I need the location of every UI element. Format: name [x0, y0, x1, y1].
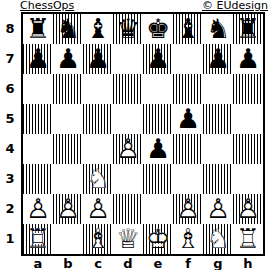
square-a5	[23, 104, 53, 134]
white-rook: ♖	[23, 224, 53, 254]
white-pawn: ♙	[173, 194, 203, 224]
black-pawn: ♟	[83, 44, 113, 74]
black-knight: ♞	[203, 14, 233, 44]
white-bishop: ♗	[83, 224, 113, 254]
file-label-h: h	[233, 257, 263, 270]
black-rook: ♜	[233, 14, 263, 44]
square-e4: ♟	[143, 134, 173, 164]
chessops-title-link[interactable]: ChessOps	[20, 0, 74, 12]
file-label-b: b	[53, 257, 83, 270]
file-label-d: d	[113, 257, 143, 270]
square-f7	[173, 44, 203, 74]
white-pawn: ♙	[23, 194, 53, 224]
white-king: ♔	[143, 224, 173, 254]
file-label-f: f	[173, 257, 203, 270]
white-bishop: ♗	[173, 224, 203, 254]
square-e5	[143, 104, 173, 134]
black-pawn: ♟	[23, 44, 53, 74]
rank-label-4: 4	[2, 134, 18, 164]
square-a3	[23, 164, 53, 194]
square-b6	[53, 74, 83, 104]
black-pawn: ♟	[53, 44, 83, 74]
black-knight: ♞	[53, 14, 83, 44]
square-c2: ♟♙	[83, 194, 113, 224]
white-knight: ♘	[203, 224, 233, 254]
black-pawn: ♟	[203, 44, 233, 74]
rank-label-6: 6	[2, 74, 18, 104]
square-d6	[113, 74, 143, 104]
square-c7: ♟	[83, 44, 113, 74]
square-g1: ♞♘	[203, 224, 233, 254]
square-c1: ♝♗	[83, 224, 113, 254]
rank-label-2: 2	[2, 194, 18, 224]
white-pawn: ♙	[53, 194, 83, 224]
square-h4	[233, 134, 263, 164]
black-pawn: ♟	[143, 134, 173, 164]
square-a7: ♟	[23, 44, 53, 74]
square-h8: ♜	[233, 14, 263, 44]
square-b7: ♟	[53, 44, 83, 74]
square-g6	[203, 74, 233, 104]
square-a1: ♜♖	[23, 224, 53, 254]
square-c3: ♞♘	[83, 164, 113, 194]
black-pawn: ♟	[233, 44, 263, 74]
square-f4	[173, 134, 203, 164]
square-f5: ♟	[173, 104, 203, 134]
square-d5	[113, 104, 143, 134]
black-bishop: ♝	[173, 14, 203, 44]
square-e2	[143, 194, 173, 224]
square-b3	[53, 164, 83, 194]
square-g2: ♟♙	[203, 194, 233, 224]
square-a8: ♜	[23, 14, 53, 44]
white-knight: ♘	[83, 164, 113, 194]
square-d4: ♟♙	[113, 134, 143, 164]
square-h5	[233, 104, 263, 134]
square-c6	[83, 74, 113, 104]
square-g7: ♟	[203, 44, 233, 74]
file-label-c: c	[83, 257, 113, 270]
square-b2: ♟♙	[53, 194, 83, 224]
white-pawn: ♙	[113, 134, 143, 164]
square-b8: ♞	[53, 14, 83, 44]
square-d1: ♛♕	[113, 224, 143, 254]
white-pawn: ♙	[203, 194, 233, 224]
square-f8: ♝	[173, 14, 203, 44]
black-pawn: ♟	[173, 104, 203, 134]
square-g3	[203, 164, 233, 194]
square-g4	[203, 134, 233, 164]
square-d2	[113, 194, 143, 224]
square-h1: ♜♖	[233, 224, 263, 254]
black-rook: ♜	[23, 14, 53, 44]
rank-label-5: 5	[2, 104, 18, 134]
square-h2: ♟♙	[233, 194, 263, 224]
file-label-a: a	[23, 257, 53, 270]
square-f3	[173, 164, 203, 194]
square-e3	[143, 164, 173, 194]
square-a2: ♟♙	[23, 194, 53, 224]
black-king: ♚	[143, 14, 173, 44]
white-queen: ♕	[113, 224, 143, 254]
square-g8: ♞	[203, 14, 233, 44]
square-d7	[113, 44, 143, 74]
rank-label-8: 8	[2, 14, 18, 44]
square-e7: ♟	[143, 44, 173, 74]
square-h6	[233, 74, 263, 104]
white-rook: ♖	[233, 224, 263, 254]
white-pawn: ♙	[233, 194, 263, 224]
square-f6	[173, 74, 203, 104]
square-b5	[53, 104, 83, 134]
rank-label-7: 7	[2, 44, 18, 74]
square-f1: ♝♗	[173, 224, 203, 254]
square-e6	[143, 74, 173, 104]
square-c8: ♝	[83, 14, 113, 44]
square-e8: ♚	[143, 14, 173, 44]
square-e1: ♚♔	[143, 224, 173, 254]
square-g5	[203, 104, 233, 134]
file-label-e: e	[143, 257, 173, 270]
square-d3	[113, 164, 143, 194]
square-h3	[233, 164, 263, 194]
chess-board: ♜♞♝♛♚♝♞♜♟♟♟♟♟♟♟♟♙♟♞♘♟♙♟♙♟♙♟♙♟♙♟♙♜♖♝♗♛♕♚♔…	[21, 12, 265, 256]
white-pawn: ♙	[83, 194, 113, 224]
square-h7: ♟	[233, 44, 263, 74]
square-c4	[83, 134, 113, 164]
square-d8: ♛	[113, 14, 143, 44]
black-queen: ♛	[113, 14, 143, 44]
square-a6	[23, 74, 53, 104]
square-c5	[83, 104, 113, 134]
square-f2: ♟♙	[173, 194, 203, 224]
square-b4	[53, 134, 83, 164]
square-b1	[53, 224, 83, 254]
black-bishop: ♝	[83, 14, 113, 44]
file-label-g: g	[203, 257, 233, 270]
black-pawn: ♟	[143, 44, 173, 74]
square-a4	[23, 134, 53, 164]
rank-label-3: 3	[2, 164, 18, 194]
eudesign-copyright-link[interactable]: © EUdesign	[202, 0, 268, 12]
rank-label-1: 1	[2, 224, 18, 254]
